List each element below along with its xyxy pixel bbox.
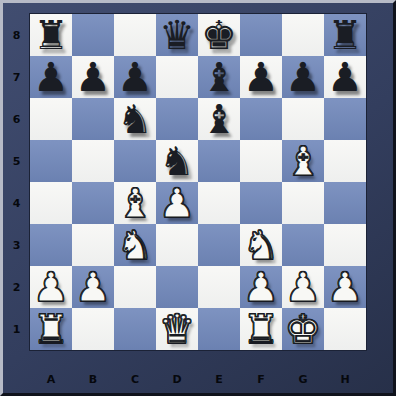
square-b8[interactable] xyxy=(72,14,114,56)
square-b7[interactable]: ♟ xyxy=(72,56,114,98)
square-h3[interactable] xyxy=(324,224,366,266)
square-h7[interactable]: ♟ xyxy=(324,56,366,98)
square-h1[interactable] xyxy=(324,308,366,350)
file-label: B xyxy=(72,369,114,389)
square-g1[interactable]: ♚ xyxy=(282,308,324,350)
square-d6[interactable] xyxy=(156,98,198,140)
file-label: D xyxy=(156,369,198,389)
square-b1[interactable] xyxy=(72,308,114,350)
square-c8[interactable] xyxy=(114,14,156,56)
piece-black-rook[interactable]: ♜ xyxy=(33,14,69,56)
square-c4[interactable]: ♝ xyxy=(114,182,156,224)
square-e1[interactable] xyxy=(198,308,240,350)
square-d8[interactable]: ♛ xyxy=(156,14,198,56)
file-label: F xyxy=(240,369,282,389)
square-e7[interactable]: ♝ xyxy=(198,56,240,98)
piece-black-pawn[interactable]: ♟ xyxy=(285,56,321,98)
square-h5[interactable] xyxy=(324,140,366,182)
square-d1[interactable]: ♛ xyxy=(156,308,198,350)
file-labels: ABCDEFGH xyxy=(30,369,366,389)
square-d4[interactable]: ♟ xyxy=(156,182,198,224)
piece-black-pawn[interactable]: ♟ xyxy=(243,56,279,98)
square-c7[interactable]: ♟ xyxy=(114,56,156,98)
rank-label: 4 xyxy=(3,182,30,224)
square-e2[interactable] xyxy=(198,266,240,308)
piece-white-pawn[interactable]: ♟ xyxy=(33,266,69,308)
piece-black-pawn[interactable]: ♟ xyxy=(117,56,153,98)
piece-black-king[interactable]: ♚ xyxy=(201,14,237,56)
square-e5[interactable] xyxy=(198,140,240,182)
piece-black-queen[interactable]: ♛ xyxy=(159,14,195,56)
square-g2[interactable]: ♟ xyxy=(282,266,324,308)
square-f5[interactable] xyxy=(240,140,282,182)
piece-white-queen[interactable]: ♛ xyxy=(159,308,195,350)
piece-white-king[interactable]: ♚ xyxy=(285,308,321,350)
square-b4[interactable] xyxy=(72,182,114,224)
square-a4[interactable] xyxy=(30,182,72,224)
rank-label: 6 xyxy=(3,98,30,140)
square-g6[interactable] xyxy=(282,98,324,140)
square-e6[interactable]: ♝ xyxy=(198,98,240,140)
piece-white-rook[interactable]: ♜ xyxy=(33,308,69,350)
rank-labels: 87654321 xyxy=(3,14,30,350)
square-a2[interactable]: ♟ xyxy=(30,266,72,308)
square-e3[interactable] xyxy=(198,224,240,266)
square-b6[interactable] xyxy=(72,98,114,140)
square-a1[interactable]: ♜ xyxy=(30,308,72,350)
chess-board-frame: 87654321 ♜♛♚♜♟♟♟♝♟♟♟♞♝♞♝♝♟♞♞♟♟♟♟♟♜♛♜♚ AB… xyxy=(0,0,396,396)
square-c2[interactable] xyxy=(114,266,156,308)
square-h8[interactable]: ♜ xyxy=(324,14,366,56)
piece-white-bishop[interactable]: ♝ xyxy=(285,140,321,182)
square-f2[interactable]: ♟ xyxy=(240,266,282,308)
piece-black-pawn[interactable]: ♟ xyxy=(33,56,69,98)
square-d3[interactable] xyxy=(156,224,198,266)
square-d5[interactable]: ♞ xyxy=(156,140,198,182)
piece-black-pawn[interactable]: ♟ xyxy=(75,56,111,98)
square-a7[interactable]: ♟ xyxy=(30,56,72,98)
square-b3[interactable] xyxy=(72,224,114,266)
piece-black-bishop[interactable]: ♝ xyxy=(201,98,237,140)
piece-black-bishop[interactable]: ♝ xyxy=(201,56,237,98)
square-b2[interactable]: ♟ xyxy=(72,266,114,308)
square-g7[interactable]: ♟ xyxy=(282,56,324,98)
square-g4[interactable] xyxy=(282,182,324,224)
chess-board[interactable]: ♜♛♚♜♟♟♟♝♟♟♟♞♝♞♝♝♟♞♞♟♟♟♟♟♜♛♜♚ xyxy=(30,14,366,350)
square-g3[interactable] xyxy=(282,224,324,266)
piece-white-pawn[interactable]: ♟ xyxy=(243,266,279,308)
square-h4[interactable] xyxy=(324,182,366,224)
rank-label: 7 xyxy=(3,56,30,98)
square-a5[interactable] xyxy=(30,140,72,182)
rank-label: 1 xyxy=(3,308,30,350)
file-label: G xyxy=(282,369,324,389)
rank-label: 2 xyxy=(3,266,30,308)
square-c5[interactable] xyxy=(114,140,156,182)
file-label: E xyxy=(198,369,240,389)
piece-black-knight[interactable]: ♞ xyxy=(117,98,153,140)
square-h2[interactable]: ♟ xyxy=(324,266,366,308)
piece-white-pawn[interactable]: ♟ xyxy=(327,266,363,308)
square-e4[interactable] xyxy=(198,182,240,224)
square-d7[interactable] xyxy=(156,56,198,98)
piece-white-knight[interactable]: ♞ xyxy=(117,224,153,266)
square-e8[interactable]: ♚ xyxy=(198,14,240,56)
square-f4[interactable] xyxy=(240,182,282,224)
piece-white-pawn[interactable]: ♟ xyxy=(285,266,321,308)
square-g8[interactable] xyxy=(282,14,324,56)
piece-white-pawn[interactable]: ♟ xyxy=(159,182,195,224)
square-f6[interactable] xyxy=(240,98,282,140)
square-d2[interactable] xyxy=(156,266,198,308)
piece-white-knight[interactable]: ♞ xyxy=(243,224,279,266)
piece-black-pawn[interactable]: ♟ xyxy=(327,56,363,98)
square-c6[interactable]: ♞ xyxy=(114,98,156,140)
square-h6[interactable] xyxy=(324,98,366,140)
piece-black-rook[interactable]: ♜ xyxy=(327,14,363,56)
square-f8[interactable] xyxy=(240,14,282,56)
piece-white-rook[interactable]: ♜ xyxy=(243,308,279,350)
piece-white-bishop[interactable]: ♝ xyxy=(117,182,153,224)
piece-white-pawn[interactable]: ♟ xyxy=(75,266,111,308)
square-c3[interactable]: ♞ xyxy=(114,224,156,266)
file-label: C xyxy=(114,369,156,389)
square-f7[interactable]: ♟ xyxy=(240,56,282,98)
rank-label: 5 xyxy=(3,140,30,182)
piece-black-knight[interactable]: ♞ xyxy=(159,140,195,182)
file-label: H xyxy=(324,369,366,389)
square-f3[interactable]: ♞ xyxy=(240,224,282,266)
rank-label: 8 xyxy=(3,14,30,56)
square-c1[interactable] xyxy=(114,308,156,350)
file-label: A xyxy=(30,369,72,389)
square-b5[interactable] xyxy=(72,140,114,182)
rank-label: 3 xyxy=(3,224,30,266)
square-a8[interactable]: ♜ xyxy=(30,14,72,56)
square-f1[interactable]: ♜ xyxy=(240,308,282,350)
square-a6[interactable] xyxy=(30,98,72,140)
square-g5[interactable]: ♝ xyxy=(282,140,324,182)
square-a3[interactable] xyxy=(30,224,72,266)
